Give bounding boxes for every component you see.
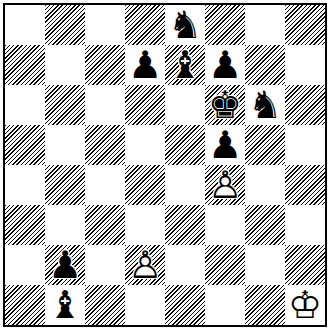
pawn-outline-icon: ♙	[125, 245, 165, 285]
square-a8[interactable]	[5, 5, 45, 45]
square-f2[interactable]	[205, 245, 245, 285]
pawn-icon: ♟	[45, 245, 85, 285]
square-f4[interactable]: ♟♙	[205, 165, 245, 205]
square-g8[interactable]	[245, 5, 285, 45]
square-b6[interactable]	[45, 85, 85, 125]
square-c2[interactable]	[85, 245, 125, 285]
square-a4[interactable]	[5, 165, 45, 205]
square-g6[interactable]: ♞	[245, 85, 285, 125]
pawn-icon: ♟	[205, 125, 245, 165]
square-b1[interactable]: ♝	[45, 285, 85, 325]
square-c6[interactable]	[85, 85, 125, 125]
square-a3[interactable]	[5, 205, 45, 245]
square-g2[interactable]	[245, 245, 285, 285]
square-e1[interactable]	[165, 285, 205, 325]
black-king-f6[interactable]: ♚	[205, 85, 245, 125]
square-d4[interactable]	[125, 165, 165, 205]
king-outline-icon: ♔	[285, 285, 325, 325]
square-d1[interactable]	[125, 285, 165, 325]
square-c4[interactable]	[85, 165, 125, 205]
king-icon: ♚	[285, 285, 325, 325]
pawn-icon: ♟	[125, 45, 165, 85]
black-pawn-f7[interactable]: ♟	[205, 45, 245, 85]
black-knight-g6[interactable]: ♞	[245, 85, 285, 125]
square-f7[interactable]: ♟	[205, 45, 245, 85]
square-g7[interactable]	[245, 45, 285, 85]
black-bishop-b1[interactable]: ♝	[45, 285, 85, 325]
black-pawn-b2[interactable]: ♟	[45, 245, 85, 285]
square-c8[interactable]	[85, 5, 125, 45]
square-a7[interactable]	[5, 45, 45, 85]
square-c7[interactable]	[85, 45, 125, 85]
square-b2[interactable]: ♟	[45, 245, 85, 285]
square-c1[interactable]	[85, 285, 125, 325]
square-e8[interactable]: ♞	[165, 5, 205, 45]
square-h6[interactable]	[285, 85, 325, 125]
square-d6[interactable]	[125, 85, 165, 125]
square-h5[interactable]	[285, 125, 325, 165]
square-h2[interactable]	[285, 245, 325, 285]
king-icon: ♚	[205, 85, 245, 125]
square-f6[interactable]: ♚	[205, 85, 245, 125]
square-g3[interactable]	[245, 205, 285, 245]
square-b7[interactable]	[45, 45, 85, 85]
pawn-icon: ♟	[125, 245, 165, 285]
white-pawn-f4[interactable]: ♟♙	[205, 165, 245, 205]
square-f5[interactable]: ♟	[205, 125, 245, 165]
square-e6[interactable]	[165, 85, 205, 125]
square-a6[interactable]	[5, 85, 45, 125]
square-d2[interactable]: ♟♙	[125, 245, 165, 285]
square-b5[interactable]	[45, 125, 85, 165]
square-f1[interactable]	[205, 285, 245, 325]
pawn-icon: ♟	[205, 45, 245, 85]
square-g5[interactable]	[245, 125, 285, 165]
black-pawn-f5[interactable]: ♟	[205, 125, 245, 165]
square-d8[interactable]	[125, 5, 165, 45]
square-a1[interactable]	[5, 285, 45, 325]
square-e4[interactable]	[165, 165, 205, 205]
square-a2[interactable]	[5, 245, 45, 285]
square-e5[interactable]	[165, 125, 205, 165]
square-c5[interactable]	[85, 125, 125, 165]
bishop-icon: ♝	[165, 45, 205, 85]
bishop-icon: ♝	[45, 285, 85, 325]
square-h8[interactable]	[285, 5, 325, 45]
pawn-icon: ♟	[205, 165, 245, 205]
square-c3[interactable]	[85, 205, 125, 245]
square-f8[interactable]	[205, 5, 245, 45]
square-e2[interactable]	[165, 245, 205, 285]
square-b8[interactable]	[45, 5, 85, 45]
black-bishop-e7[interactable]: ♝	[165, 45, 205, 85]
black-pawn-d7[interactable]: ♟	[125, 45, 165, 85]
white-king-h1[interactable]: ♚♔	[285, 285, 325, 325]
square-h7[interactable]	[285, 45, 325, 85]
chess-board-frame: ♞♟♝♟♚♞♟♟♙♟♟♙♝♚♔	[3, 3, 327, 327]
chess-board: ♞♟♝♟♚♞♟♟♙♟♟♙♝♚♔	[5, 5, 325, 325]
white-pawn-d2[interactable]: ♟♙	[125, 245, 165, 285]
square-f3[interactable]	[205, 205, 245, 245]
square-h4[interactable]	[285, 165, 325, 205]
square-e7[interactable]: ♝	[165, 45, 205, 85]
knight-icon: ♞	[165, 5, 205, 45]
square-h1[interactable]: ♚♔	[285, 285, 325, 325]
square-b3[interactable]	[45, 205, 85, 245]
square-d5[interactable]	[125, 125, 165, 165]
black-knight-e8[interactable]: ♞	[165, 5, 205, 45]
square-d3[interactable]	[125, 205, 165, 245]
square-g4[interactable]	[245, 165, 285, 205]
square-d7[interactable]: ♟	[125, 45, 165, 85]
square-b4[interactable]	[45, 165, 85, 205]
square-g1[interactable]	[245, 285, 285, 325]
square-e3[interactable]	[165, 205, 205, 245]
square-h3[interactable]	[285, 205, 325, 245]
square-a5[interactable]	[5, 125, 45, 165]
pawn-outline-icon: ♙	[205, 165, 245, 205]
knight-icon: ♞	[245, 85, 285, 125]
